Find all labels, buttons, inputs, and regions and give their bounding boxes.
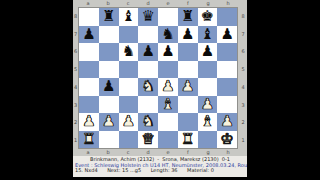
piece-black-king: ♚: [201, 9, 214, 24]
square-f6: [178, 43, 198, 61]
square-d6: ♟: [138, 43, 158, 61]
square-d4: ♞: [138, 78, 158, 96]
square-g2: ♝: [198, 113, 218, 131]
square-g4: [198, 78, 218, 96]
square-f4: ♟: [178, 78, 198, 96]
square-f7: ♟: [178, 26, 198, 44]
square-d8: ♛: [138, 8, 158, 26]
square-b8: ♜: [99, 8, 119, 26]
square-b1: [99, 131, 119, 149]
piece-white-bishop: ♝: [161, 97, 174, 112]
square-e1: [158, 131, 178, 149]
rank-label-5: 5: [239, 60, 247, 78]
square-e4: ♟: [158, 78, 178, 96]
piece-black-pawn: ♟: [220, 27, 233, 42]
moves-line: 15. Nxd4 Next: 15 ...g5 Length: 36 Mater…: [73, 168, 247, 174]
piece-black-bishop: ♝: [201, 27, 214, 42]
square-a2: ♟: [79, 113, 99, 131]
rank-label-3: 3: [239, 96, 247, 114]
rank-label-1: 1: [239, 131, 247, 149]
file-label-e: e: [158, 0, 178, 7]
file-labels-top: abcdefgh: [78, 0, 238, 7]
rank-label-2: 2: [239, 114, 247, 132]
piece-black-queen: ♛: [141, 9, 154, 24]
square-c6: ♞: [119, 43, 139, 61]
video-frame: abcdefgh 87654321 87654321 ♜♝♛♜♚♟♞♟♝♟♞♟♟…: [0, 0, 320, 180]
piece-black-pawn: ♟: [201, 44, 214, 59]
piece-white-pawn: ♟: [201, 97, 214, 112]
square-g3: ♟: [198, 96, 218, 114]
square-e2: [158, 113, 178, 131]
piece-white-rook: ♜: [181, 132, 194, 147]
square-h1: ♚: [217, 131, 237, 149]
square-f1: ♜: [178, 131, 198, 149]
square-b4: ♟: [99, 78, 119, 96]
square-g7: ♝: [198, 26, 218, 44]
piece-white-rook: ♜: [82, 132, 95, 147]
square-h4: [217, 78, 237, 96]
piece-black-rook: ♜: [102, 9, 115, 24]
file-label-e: e: [158, 149, 178, 156]
file-label-a: a: [78, 0, 98, 7]
square-h3: [217, 96, 237, 114]
piece-white-queen: ♛: [141, 132, 154, 147]
file-label-d: d: [138, 149, 158, 156]
square-h6: [217, 43, 237, 61]
file-label-h: h: [218, 149, 238, 156]
piece-white-pawn: ♟: [181, 79, 194, 94]
square-g8: ♚: [198, 8, 218, 26]
piece-white-pawn: ♟: [102, 114, 115, 129]
piece-black-pawn: ♟: [102, 79, 115, 94]
square-d3: [138, 96, 158, 114]
square-a6: [79, 43, 99, 61]
rank-labels-right: 87654321: [239, 7, 247, 149]
square-f3: [178, 96, 198, 114]
piece-black-pawn: ♟: [141, 44, 154, 59]
file-label-d: d: [138, 0, 158, 7]
file-label-c: c: [118, 149, 138, 156]
file-label-b: b: [98, 0, 118, 7]
square-f8: ♜: [178, 8, 198, 26]
square-b6: [99, 43, 119, 61]
square-a8: [79, 8, 99, 26]
square-e3: ♝: [158, 96, 178, 114]
square-d5: [138, 61, 158, 79]
chess-board: ♜♝♛♜♚♟♞♟♝♟♞♟♟♟♟♞♟♟♝♟♟♟♟♞♝♟♜♛♜♚: [78, 7, 238, 149]
piece-white-knight: ♞: [141, 79, 154, 94]
square-h7: ♟: [217, 26, 237, 44]
rank-label-8: 8: [239, 7, 247, 25]
square-g6: ♟: [198, 43, 218, 61]
piece-black-pawn: ♟: [181, 27, 194, 42]
rank-label-4: 4: [239, 78, 247, 96]
square-h5: [217, 61, 237, 79]
square-b7: [99, 26, 119, 44]
piece-black-knight: ♞: [122, 44, 135, 59]
square-e7: ♞: [158, 26, 178, 44]
rank-label-7: 7: [239, 25, 247, 43]
square-c7: [119, 26, 139, 44]
rank-label-6: 6: [239, 43, 247, 61]
square-d1: ♛: [138, 131, 158, 149]
file-label-h: h: [218, 0, 238, 7]
piece-white-bishop: ♝: [201, 114, 214, 129]
square-a4: [79, 78, 99, 96]
square-a5: [79, 61, 99, 79]
file-label-g: g: [198, 149, 218, 156]
square-a7: ♟: [79, 26, 99, 44]
square-c1: [119, 131, 139, 149]
file-label-b: b: [98, 149, 118, 156]
file-label-g: g: [198, 0, 218, 7]
file-label-c: c: [118, 0, 138, 7]
square-a1: ♜: [79, 131, 99, 149]
file-label-a: a: [78, 149, 98, 156]
square-b3: [99, 96, 119, 114]
piece-white-pawn: ♟: [122, 114, 135, 129]
square-a3: [79, 96, 99, 114]
square-d7: [138, 26, 158, 44]
piece-black-rook: ♜: [181, 9, 194, 24]
piece-white-king: ♚: [220, 132, 233, 147]
square-d2: ♞: [138, 113, 158, 131]
square-b5: [99, 61, 119, 79]
square-c4: [119, 78, 139, 96]
square-e8: [158, 8, 178, 26]
square-e6: ♟: [158, 43, 178, 61]
square-g1: [198, 131, 218, 149]
square-e5: [158, 61, 178, 79]
piece-black-pawn: ♟: [161, 44, 174, 59]
piece-white-pawn: ♟: [161, 79, 174, 94]
piece-white-pawn: ♟: [220, 114, 233, 129]
file-label-f: f: [178, 149, 198, 156]
square-c3: [119, 96, 139, 114]
file-label-f: f: [178, 0, 198, 7]
square-b2: ♟: [99, 113, 119, 131]
square-f5: [178, 61, 198, 79]
piece-black-knight: ♞: [161, 27, 174, 42]
piece-white-knight: ♞: [141, 114, 154, 129]
square-c8: ♝: [119, 8, 139, 26]
file-labels-bottom: abcdefgh: [78, 149, 238, 156]
square-c5: [119, 61, 139, 79]
square-c2: ♟: [119, 113, 139, 131]
game-caption: Brinkmann, Achim (2132) - Srona, Mareksz…: [73, 156, 247, 177]
square-g5: [198, 61, 218, 79]
square-f2: [178, 113, 198, 131]
piece-black-bishop: ♝: [122, 9, 135, 24]
piece-white-pawn: ♟: [82, 114, 95, 129]
board-panel: abcdefgh 87654321 87654321 ♜♝♛♜♚♟♞♟♝♟♞♟♟…: [73, 0, 247, 177]
piece-black-pawn: ♟: [82, 27, 95, 42]
square-h2: ♟: [217, 113, 237, 131]
square-h8: [217, 8, 237, 26]
